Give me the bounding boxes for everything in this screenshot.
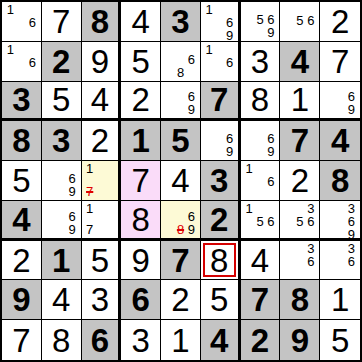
- candidate-3: 3: [346, 242, 357, 255]
- cell-r8c5[interactable]: 2: [161, 280, 201, 320]
- candidate-grid: 56: [280, 2, 319, 41]
- candidate-6: 6: [305, 215, 316, 228]
- candidate-grid: 169: [201, 2, 238, 41]
- candidate-grid: 16: [2, 2, 41, 41]
- solved-digit: 7: [12, 324, 30, 357]
- candidate-grid: 36: [320, 241, 360, 280]
- candidate-6: 6: [27, 16, 38, 29]
- solved-digit: 5: [331, 324, 349, 357]
- candidate-9: 9: [67, 185, 78, 198]
- given-digit: 4: [331, 124, 349, 157]
- cell-r3c4[interactable]: 2: [121, 82, 161, 122]
- candidate-5: 5: [255, 215, 266, 228]
- candidate-6: 6: [186, 210, 197, 223]
- cell-r3c1[interactable]: 3: [2, 82, 42, 122]
- candidate-6: 6: [305, 14, 316, 27]
- sudoku-board: 1678431695695621629568163473542697816983…: [0, 0, 362, 362]
- solved-digit: 3: [251, 45, 269, 78]
- cell-r8c7[interactable]: 7: [241, 280, 281, 320]
- candidate-6: 6: [67, 210, 78, 223]
- cell-r8c8[interactable]: 8: [280, 280, 320, 320]
- cell-r5c5[interactable]: 4: [161, 161, 201, 201]
- cell-r9c9[interactable]: 5: [320, 320, 360, 360]
- solved-digit: 7: [331, 45, 349, 78]
- cell-r8c4[interactable]: 6: [121, 280, 161, 320]
- candidate-1: 1: [85, 202, 95, 215]
- given-digit: 1: [132, 124, 150, 157]
- cell-r7c2[interactable]: 1: [42, 241, 82, 281]
- cell-r1c8[interactable]: 56: [280, 2, 320, 42]
- given-digit: 4: [291, 45, 309, 78]
- given-digit: 1: [52, 244, 70, 277]
- cell-r2c9[interactable]: 7: [320, 42, 360, 82]
- cell-r4c1[interactable]: 8: [2, 121, 42, 161]
- cell-r6c8[interactable]: 356: [280, 201, 320, 241]
- cell-r6c9[interactable]: 369: [320, 201, 360, 241]
- solved-digit: 4: [171, 164, 189, 197]
- solved-digit: 1: [291, 83, 309, 116]
- candidate-6: 6: [346, 215, 357, 228]
- cell-r4c4[interactable]: 1: [121, 121, 161, 161]
- candidate-grid: 16: [2, 42, 41, 81]
- cell-r7c5[interactable]: 7: [161, 241, 201, 281]
- solved-digit: 2: [331, 5, 349, 38]
- cell-r6c5[interactable]: 698: [161, 201, 201, 241]
- cell-r7c9[interactable]: 36: [320, 241, 360, 281]
- candidate-9: 9: [67, 223, 78, 236]
- candidate-9: 9: [224, 29, 234, 42]
- candidate-9: 9: [186, 223, 197, 236]
- candidate-1: 1: [5, 43, 16, 56]
- given-digit: 2: [52, 45, 70, 78]
- cell-r1c7[interactable]: 569: [241, 2, 281, 42]
- candidate-5: 5: [294, 14, 305, 27]
- candidate-9: 9: [346, 103, 357, 116]
- candidate-grid: 16: [241, 161, 280, 200]
- candidate-1: 1: [244, 162, 255, 175]
- given-digit: 3: [171, 5, 189, 38]
- candidate-9: 9: [224, 145, 234, 158]
- given-digit: 6: [91, 324, 109, 357]
- candidate-5: 5: [294, 215, 305, 228]
- cell-r9c2[interactable]: 8: [42, 320, 82, 360]
- solved-digit: 4: [132, 5, 150, 38]
- given-digit: 2: [210, 203, 228, 236]
- cell-r7c7[interactable]: 4: [241, 241, 281, 281]
- candidate-6: 6: [266, 175, 277, 188]
- cell-r8c9[interactable]: 1: [320, 280, 360, 320]
- candidate-grid: 69: [241, 121, 280, 160]
- cell-r9c7[interactable]: 2: [241, 320, 281, 360]
- candidate-6: 6: [186, 53, 197, 66]
- cell-r2c2[interactable]: 2: [42, 42, 82, 82]
- solved-digit: 5: [91, 244, 109, 277]
- cell-r1c6[interactable]: 169: [201, 2, 241, 42]
- solved-digit: 5: [210, 283, 228, 316]
- cell-r3c8[interactable]: 1: [280, 82, 320, 122]
- cell-r8c6[interactable]: 5: [201, 280, 241, 320]
- cell-r6c2[interactable]: 69: [42, 201, 82, 241]
- cell-r1c1[interactable]: 16: [2, 2, 42, 42]
- given-digit: 9: [12, 283, 30, 316]
- cell-r6c3[interactable]: 17: [82, 201, 122, 241]
- cell-r1c9[interactable]: 2: [320, 2, 360, 42]
- given-digit: 3: [210, 164, 228, 197]
- solved-digit: 5: [132, 45, 150, 78]
- cell-r2c8[interactable]: 4: [280, 42, 320, 82]
- cell-r2c5[interactable]: 68: [161, 42, 201, 82]
- cell-r7c6[interactable]: 8: [201, 241, 241, 281]
- candidate-3: 3: [346, 202, 357, 215]
- cell-r3c3[interactable]: 4: [82, 82, 122, 122]
- cell-r4c8[interactable]: 7: [280, 121, 320, 161]
- cell-r5c7[interactable]: 16: [241, 161, 281, 201]
- candidate-grid: 17: [82, 161, 119, 200]
- cell-r9c5[interactable]: 1: [161, 320, 201, 360]
- cell-r7c4[interactable]: 9: [121, 241, 161, 281]
- candidate-grid: 17: [82, 201, 119, 238]
- candidate-6: 6: [224, 56, 234, 69]
- solved-digit: 9: [91, 45, 109, 78]
- candidate-grid: 156: [241, 201, 280, 238]
- candidate-1: 1: [204, 3, 214, 16]
- given-digit: 4: [210, 324, 228, 357]
- cell-r9c1[interactable]: 7: [2, 320, 42, 360]
- cell-r4c9[interactable]: 4: [320, 121, 360, 161]
- cell-r9c8[interactable]: 9: [280, 320, 320, 360]
- eliminated-candidate-7: 7: [85, 185, 95, 198]
- cell-r2c4[interactable]: 5: [121, 42, 161, 82]
- cell-r6c7[interactable]: 156: [241, 201, 281, 241]
- solved-digit: 2: [132, 83, 150, 116]
- solved-digit: 4: [91, 83, 109, 116]
- solved-digit: 8: [251, 83, 269, 116]
- given-digit: 7: [210, 83, 228, 116]
- given-digit: 8: [331, 164, 349, 197]
- cell-r8c1[interactable]: 9: [2, 280, 42, 320]
- candidate-6: 6: [27, 56, 38, 69]
- cell-r9c6[interactable]: 4: [201, 320, 241, 360]
- given-digit: 4: [12, 203, 30, 236]
- solved-digit: 4: [251, 244, 269, 277]
- cell-r3c6[interactable]: 7: [201, 82, 241, 122]
- cell-r6c4[interactable]: 8: [121, 201, 161, 241]
- solved-digit: 7: [132, 164, 150, 197]
- solved-digit: 1: [331, 283, 349, 316]
- cell-r5c2[interactable]: 69: [42, 161, 82, 201]
- solved-digit: 9: [132, 244, 150, 277]
- solved-digit: 5: [52, 83, 70, 116]
- candidate-1: 1: [5, 3, 16, 16]
- candidate-grid: 569: [241, 2, 280, 41]
- solved-digit: 1: [171, 324, 189, 357]
- cell-r2c3[interactable]: 9: [82, 42, 122, 82]
- cell-r7c1[interactable]: 2: [2, 241, 42, 281]
- cell-r1c2[interactable]: 7: [42, 2, 82, 42]
- candidate-grid: 369: [320, 201, 360, 238]
- candidate-7: 7: [85, 223, 95, 236]
- solved-digit: 4: [52, 283, 70, 316]
- cell-r4c6[interactable]: 69: [201, 121, 241, 161]
- solved-digit: 2: [291, 164, 309, 197]
- candidate-9: 9: [186, 103, 197, 116]
- candidate-grid: 356: [280, 201, 319, 238]
- candidate-1: 1: [204, 43, 214, 56]
- cell-r4c7[interactable]: 69: [241, 121, 281, 161]
- cell-r6c1[interactable]: 4: [2, 201, 42, 241]
- cell-r3c2[interactable]: 5: [42, 82, 82, 122]
- cell-r3c7[interactable]: 8: [241, 82, 281, 122]
- cell-r7c3[interactable]: 5: [82, 241, 122, 281]
- solved-digit: 7: [52, 5, 70, 38]
- cell-r9c4[interactable]: 3: [121, 320, 161, 360]
- given-digit: 7: [171, 244, 189, 277]
- cell-r5c1[interactable]: 5: [2, 161, 42, 201]
- candidate-8: 8: [175, 66, 186, 79]
- cell-r9c3[interactable]: 6: [82, 320, 122, 360]
- cell-r5c4[interactable]: 7: [121, 161, 161, 201]
- solved-digit: 2: [91, 124, 109, 157]
- cell-r3c9[interactable]: 69: [320, 82, 360, 122]
- cell-r8c2[interactable]: 4: [42, 280, 82, 320]
- candidate-6: 6: [266, 13, 277, 26]
- cell-r5c6[interactable]: 3: [201, 161, 241, 201]
- candidate-9: 9: [266, 26, 277, 39]
- solved-digit: 8: [52, 324, 70, 357]
- given-digit: 6: [132, 283, 150, 316]
- candidate-grid: 69: [201, 121, 238, 160]
- cell-r8c3[interactable]: 3: [82, 280, 122, 320]
- cell-r2c1[interactable]: 16: [2, 42, 42, 82]
- given-digit: 7: [291, 124, 309, 157]
- cell-r5c3[interactable]: 17: [82, 161, 122, 201]
- solved-digit: 8: [210, 244, 228, 277]
- candidate-grid: 69: [42, 201, 81, 238]
- candidate-6: 6: [346, 255, 357, 268]
- cell-r1c3[interactable]: 8: [82, 2, 122, 42]
- cell-r4c2[interactable]: 3: [42, 121, 82, 161]
- candidate-grid: 36: [280, 241, 319, 280]
- given-digit: 3: [52, 124, 70, 157]
- candidate-5: 5: [255, 13, 266, 26]
- solved-digit: 2: [171, 283, 189, 316]
- cell-r1c5[interactable]: 3: [161, 2, 201, 42]
- eliminated-candidate-8: 8: [175, 223, 186, 236]
- candidate-grid: 698: [161, 201, 200, 238]
- candidate-6: 6: [305, 255, 316, 268]
- candidate-3: 3: [305, 202, 316, 215]
- cell-r4c3[interactable]: 2: [82, 121, 122, 161]
- cell-r5c9[interactable]: 8: [320, 161, 360, 201]
- candidate-6: 6: [67, 172, 78, 185]
- cell-r5c8[interactable]: 2: [280, 161, 320, 201]
- cell-r2c6[interactable]: 16: [201, 42, 241, 82]
- cell-r7c8[interactable]: 36: [280, 241, 320, 281]
- given-digit: 9: [291, 324, 309, 357]
- solved-digit: 3: [91, 283, 109, 316]
- candidate-grid: 16: [201, 42, 238, 81]
- candidate-grid: 69: [161, 82, 200, 119]
- solved-digit: 8: [132, 203, 150, 236]
- solved-digit: 3: [132, 324, 150, 357]
- candidate-grid: 69: [320, 82, 360, 119]
- cell-r3c5[interactable]: 69: [161, 82, 201, 122]
- cell-r2c7[interactable]: 3: [241, 42, 281, 82]
- given-digit: 5: [171, 124, 189, 157]
- cell-r4c5[interactable]: 5: [161, 121, 201, 161]
- candidate-9: 9: [346, 228, 357, 241]
- candidate-1: 1: [244, 202, 255, 215]
- given-digit: 8: [91, 5, 109, 38]
- given-digit: 8: [291, 283, 309, 316]
- candidate-grid: 69: [42, 161, 81, 200]
- given-digit: 8: [12, 124, 30, 157]
- given-digit: 7: [251, 283, 269, 316]
- solved-digit: 2: [12, 244, 30, 277]
- cell-r6c6[interactable]: 2: [201, 201, 241, 241]
- cell-r1c4[interactable]: 4: [121, 2, 161, 42]
- candidate-1: 1: [85, 162, 95, 175]
- candidate-3: 3: [305, 242, 316, 255]
- candidate-9: 9: [266, 145, 277, 158]
- given-digit: 3: [12, 83, 30, 116]
- solved-digit: 5: [12, 164, 30, 197]
- candidate-6: 6: [266, 215, 277, 228]
- given-digit: 2: [251, 324, 269, 357]
- candidate-grid: 68: [161, 42, 200, 81]
